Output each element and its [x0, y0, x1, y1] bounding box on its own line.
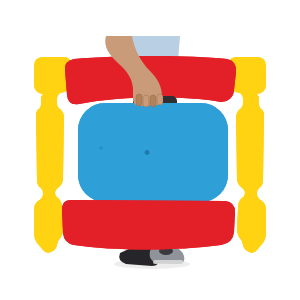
finger — [143, 95, 149, 107]
tabletop-umbrella-hole — [145, 150, 150, 155]
tabletop-small-dimple — [99, 146, 102, 149]
finger — [157, 94, 163, 105]
folded-picnic-table-scene — [0, 0, 300, 300]
right-shoe-sole — [153, 260, 183, 264]
bottom-bench-shading — [62, 200, 235, 250]
bottom-bench — [62, 200, 235, 250]
product-photo-canvas — [0, 0, 300, 300]
finger — [136, 94, 142, 106]
finger — [150, 95, 156, 107]
tabletop-shading — [78, 103, 228, 202]
tabletop — [78, 103, 228, 202]
